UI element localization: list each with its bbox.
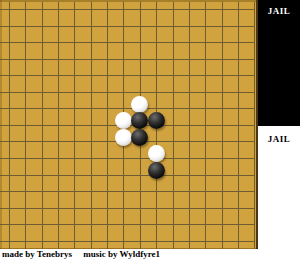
grid-horizontal-line (0, 191, 255, 192)
grid-horizontal-line (0, 224, 255, 225)
bottom-jail-panel: JAIL (258, 128, 300, 142)
top-jail-panel: JAIL (258, 0, 300, 126)
grid-vertical-line (238, 2, 239, 250)
grid-horizontal-line (0, 175, 255, 176)
game-window: JAIL JAIL made by Tenebrys music by Wyld… (0, 0, 300, 259)
grid-vertical-line (58, 2, 59, 250)
black-stone[interactable] (131, 112, 148, 129)
grid-vertical-line (189, 2, 190, 250)
grid-vertical-line (173, 2, 174, 250)
white-stone[interactable] (115, 112, 132, 129)
grid-horizontal-line (0, 42, 255, 43)
credit-music: music by Wyldfyre1 (83, 249, 160, 259)
grid-horizontal-line (0, 208, 255, 209)
grid-vertical-line (9, 2, 10, 250)
top-jail-label: JAIL (268, 6, 291, 16)
grid-horizontal-line (0, 241, 255, 242)
white-stone[interactable] (148, 145, 165, 162)
credit-made: made by Tenebrys (2, 249, 72, 259)
black-stone[interactable] (148, 162, 165, 179)
grid-vertical-line (25, 2, 26, 250)
credits-bar: made by Tenebrys music by Wyldfyre1 (0, 249, 258, 259)
grid-vertical-line (222, 2, 223, 250)
grid-horizontal-line (0, 92, 255, 93)
grid-horizontal-line (0, 26, 255, 27)
grid-horizontal-line (0, 158, 255, 159)
grid-vertical-line (254, 2, 255, 250)
grid-horizontal-line (0, 108, 255, 109)
grid-vertical-line (91, 2, 92, 250)
grid-horizontal-line (0, 9, 255, 10)
grid-vertical-line (74, 2, 75, 250)
grid-vertical-line (205, 2, 206, 250)
white-stone[interactable] (131, 96, 148, 113)
pente-board[interactable] (0, 0, 258, 250)
white-stone[interactable] (115, 129, 132, 146)
grid-vertical-line (42, 2, 43, 250)
black-stone[interactable] (131, 129, 148, 146)
grid-horizontal-line (0, 59, 255, 60)
bottom-jail-label: JAIL (268, 134, 291, 144)
grid-horizontal-line (0, 75, 255, 76)
black-stone[interactable] (148, 112, 165, 129)
grid-vertical-line (107, 2, 108, 250)
